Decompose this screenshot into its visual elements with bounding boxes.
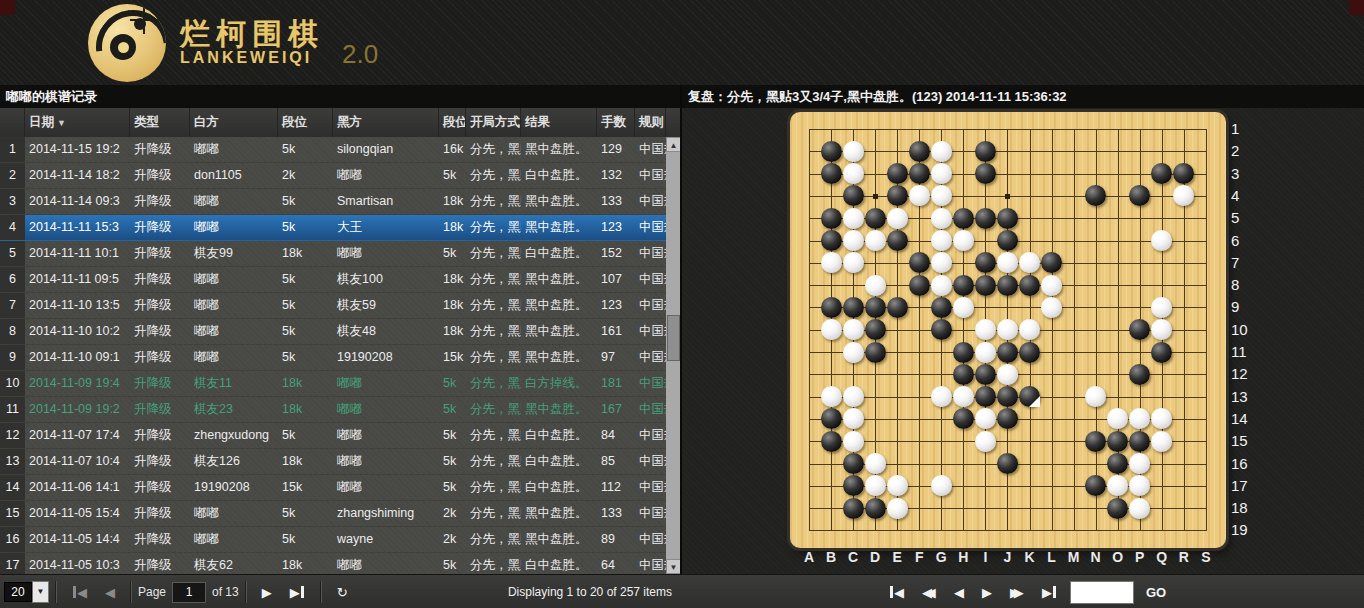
white-stone-B13 [821, 386, 842, 407]
table-row[interactable]: 102014-11-09 19:4升降级棋友1118k嘟嘟5k分先，黑贴白方掉线… [0, 371, 666, 397]
row-number: 3 [0, 189, 25, 214]
black-stone-H5 [953, 208, 974, 229]
game-record-list-title: 嘟嘟的棋谱记录 [0, 85, 682, 108]
column-header-6[interactable]: 段位 [439, 108, 466, 137]
cell-rules: 中国规则 [635, 475, 666, 500]
white-stone-I11 [975, 342, 996, 363]
cell-opening: 分先，黑贴 [466, 449, 521, 474]
table-row[interactable]: 52014-11-11 10:1升降级棋友9918k嘟嘟5k分先，黑贴白中盘胜。… [0, 241, 666, 267]
black-stone-D10 [865, 319, 886, 340]
column-label-Q: Q [1152, 549, 1172, 565]
page-number-input[interactable] [172, 582, 206, 603]
cell-type: 升降级 [130, 475, 190, 500]
first-page-button[interactable]: ◀ [72, 585, 87, 600]
white-stone-C2 [843, 141, 864, 162]
cell-date: 2014-11-05 14:4 [25, 527, 130, 552]
row-number: 8 [0, 319, 25, 344]
white-stone-I14 [975, 408, 996, 429]
white-stone-G4 [931, 185, 952, 206]
table-header: 日期▼类型白方段位黑方段位开局方式结果手数规则 [0, 108, 682, 138]
cell-opening: 分先，黑贴 [466, 215, 521, 240]
column-header-9[interactable]: 手数 [597, 108, 635, 137]
cell-result: 黑中盘胜。 [521, 527, 597, 552]
cell-white: 棋友126 [190, 449, 278, 474]
row-number: 10 [0, 371, 25, 396]
black-stone-F7 [909, 252, 930, 273]
go-button[interactable]: GO [1146, 585, 1166, 600]
black-stone-H8 [953, 275, 974, 296]
cell-white: don1105 [190, 163, 278, 188]
table-pagination-bar: 20 ▼ ◀ ◀ Page of 13 ▶ ▶ ↻ Displaying 1 t… [0, 574, 682, 608]
row-label-7: 7 [1231, 254, 1239, 271]
grid-line [1074, 129, 1075, 531]
black-stone-L7 [1041, 252, 1062, 273]
cell-rules: 中国规则 [635, 449, 666, 474]
cell-wrank: 2k [278, 163, 333, 188]
row-number: 5 [0, 241, 25, 266]
cell-black: 嘟嘟 [333, 397, 439, 422]
prev-page-button[interactable]: ◀ [105, 585, 115, 600]
row-label-4: 4 [1231, 187, 1239, 204]
black-stone-F2 [909, 141, 930, 162]
black-stone-I13 [975, 386, 996, 407]
white-stone-G5 [931, 208, 952, 229]
cell-result: 黑中盘胜。 [521, 397, 597, 422]
cell-wrank: 5k [278, 319, 333, 344]
table-scrollbar[interactable]: ▲ ▼ [666, 137, 681, 574]
column-header-8[interactable]: 结果 [521, 108, 597, 137]
cell-type: 升降级 [130, 501, 190, 526]
white-stone-E5 [887, 208, 908, 229]
column-label-I: I [975, 549, 995, 565]
black-stone-E9 [887, 297, 908, 318]
cell-black: 嘟嘟 [333, 553, 439, 574]
white-stone-J12 [997, 364, 1018, 385]
cell-black: 大王 [333, 215, 439, 240]
black-stone-J6 [997, 230, 1018, 251]
star-point [1005, 194, 1010, 199]
black-stone-C4 [843, 185, 864, 206]
cell-brank: 2k [439, 527, 466, 552]
cell-black: silongqian [333, 137, 439, 162]
white-stone-B7 [821, 252, 842, 273]
cell-wrank: 5k [278, 293, 333, 318]
cell-moves: 129 [597, 137, 635, 162]
cell-brank: 5k [439, 423, 466, 448]
cell-wrank: 5k [278, 267, 333, 292]
row-label-3: 3 [1231, 165, 1239, 182]
cell-moves: 64 [597, 553, 635, 574]
cell-brank: 2k [439, 501, 466, 526]
move-back-button[interactable]: ◀ [954, 585, 964, 600]
white-stone-Q6 [1151, 230, 1172, 251]
app-version: 2.0 [342, 24, 378, 84]
white-stone-P16 [1129, 453, 1150, 474]
black-stone-G9 [931, 297, 952, 318]
white-stone-C6 [843, 230, 864, 251]
cell-moves: 89 [597, 527, 635, 552]
black-stone-O16 [1107, 453, 1128, 474]
cell-black: 嘟嘟 [333, 449, 439, 474]
column-label-C: C [843, 549, 863, 565]
cell-opening: 分先，黑贴 [466, 163, 521, 188]
move-last-button[interactable]: ▶ [1042, 585, 1057, 600]
row-number: 1 [0, 137, 25, 162]
black-stone-C17 [843, 475, 864, 496]
move-navigation-bar: ◀ ◀◀ ◀ ▶ ▶▶ ▶ GO [682, 574, 1364, 608]
row-label-10: 10 [1231, 321, 1248, 338]
row-number: 11 [0, 397, 25, 422]
cell-rules: 中国规则 [635, 189, 666, 214]
table-row[interactable]: 72014-11-10 13:5升降级嘟嘟5k棋友5918k分先，黑贴黑中盘胜。… [0, 293, 666, 319]
cell-moves: 133 [597, 189, 635, 214]
grid-line [809, 530, 1207, 531]
row-number: 2 [0, 163, 25, 188]
cell-wrank: 18k [278, 241, 333, 266]
white-stone-K10 [1019, 319, 1040, 340]
cell-type: 升降级 [130, 215, 190, 240]
column-header-3[interactable]: 白方 [190, 108, 278, 137]
cell-result: 白中盘胜。 [521, 475, 597, 500]
cell-moves: 152 [597, 241, 635, 266]
black-stone-B14 [821, 408, 842, 429]
cell-type: 升降级 [130, 527, 190, 552]
table-row[interactable]: 162014-11-05 14:4升降级嘟嘟5kwayne2k分先，黑贴黑中盘胜… [0, 527, 666, 553]
cell-brank: 5k [439, 163, 466, 188]
sort-desc-icon: ▼ [57, 118, 66, 128]
white-stone-G17 [931, 475, 952, 496]
cell-rules: 中国规则 [635, 267, 666, 292]
black-stone-Q3 [1151, 163, 1172, 184]
cell-rules: 中国规则 [635, 319, 666, 344]
column-header-7[interactable]: 开局方式 [466, 108, 521, 137]
white-stone-N13 [1085, 386, 1106, 407]
row-number: 12 [0, 423, 25, 448]
cell-white: 19190208 [190, 475, 278, 500]
cell-black: 棋友100 [333, 267, 439, 292]
row-number: 9 [0, 345, 25, 370]
cell-brank: 18k [439, 267, 466, 292]
white-stone-D6 [865, 230, 886, 251]
cell-date: 2014-11-11 10:1 [25, 241, 130, 266]
cell-white: 嘟嘟 [190, 319, 278, 344]
cell-date: 2014-11-14 09:3 [25, 189, 130, 214]
cell-wrank: 5k [278, 215, 333, 240]
cell-rules: 中国规则 [635, 527, 666, 552]
row-number: 15 [0, 501, 25, 526]
app-window: 烂柯围棋 LANKEWEIQI 2.0 嘟嘟的棋谱记录 复盘：分先，黑贴3又3/… [0, 0, 1364, 608]
cell-opening: 分先，黑贴 [466, 475, 521, 500]
row-label-2: 2 [1231, 142, 1239, 159]
cell-opening: 分先，黑贴 [466, 189, 521, 214]
cell-result: 白方掉线。 [521, 371, 597, 396]
white-stone-D8 [865, 275, 886, 296]
black-stone-B2 [821, 141, 842, 162]
last-move-marker [1029, 396, 1040, 407]
page-size-select[interactable]: 20 ▼ [4, 581, 49, 603]
white-stone-Q9 [1151, 297, 1172, 318]
black-stone-J13 [997, 386, 1018, 407]
row-label-1: 1 [1231, 120, 1239, 137]
cell-white: 嘟嘟 [190, 345, 278, 370]
white-stone-I10 [975, 319, 996, 340]
black-stone-J11 [997, 342, 1018, 363]
cell-wrank: 5k [278, 345, 333, 370]
table-row[interactable]: 152014-11-05 15:4升降级嘟嘟5kzhangshiming2k分先… [0, 501, 666, 527]
white-stone-R4 [1173, 185, 1194, 206]
row-label-9: 9 [1231, 298, 1239, 315]
grid-line [1052, 129, 1053, 531]
black-stone-J5 [997, 208, 1018, 229]
table-row[interactable]: 142014-11-06 14:1升降级1919020815k嘟嘟5k分先，黑贴… [0, 475, 666, 501]
black-stone-C18 [843, 498, 864, 519]
black-stone-I7 [975, 252, 996, 273]
cell-wrank: 5k [278, 501, 333, 526]
grid-line [1206, 129, 1207, 531]
cell-opening: 分先，黑贴 [466, 423, 521, 448]
table-row[interactable]: 62014-11-11 09:5升降级嘟嘟5k棋友10018k分先，黑贴黑中盘胜… [0, 267, 666, 293]
white-stone-E17 [887, 475, 908, 496]
cell-black: zhangshiming [333, 501, 439, 526]
column-label-S: S [1196, 549, 1216, 565]
cell-black: wayne [333, 527, 439, 552]
black-stone-C16 [843, 453, 864, 474]
row-number: 13 [0, 449, 25, 474]
white-stone-C15 [843, 431, 864, 452]
black-stone-P4 [1129, 185, 1150, 206]
black-stone-G10 [931, 319, 952, 340]
black-stone-K13 [1019, 386, 1040, 407]
white-stone-L8 [1041, 275, 1062, 296]
arrow-up-icon: ▲ [670, 141, 678, 150]
column-label-D: D [865, 549, 885, 565]
table-row[interactable]: 82014-11-10 10:2升降级嘟嘟5k棋友4818k分先，黑贴黑中盘胜。… [0, 319, 666, 345]
refresh-icon[interactable]: ↻ [337, 585, 348, 600]
logo-title-english: LANKEWEIQI [180, 49, 324, 67]
black-stone-N4 [1085, 185, 1106, 206]
go-board[interactable] [790, 112, 1226, 548]
white-stone-O17 [1107, 475, 1128, 496]
cell-white: 棋友62 [190, 553, 278, 574]
column-label-N: N [1086, 549, 1106, 565]
cell-rules: 中国规则 [635, 371, 666, 396]
move-number-input[interactable] [1070, 581, 1134, 604]
cell-brank: 16k [439, 137, 466, 162]
cell-result: 黑中盘胜。 [521, 345, 597, 370]
cell-rules: 中国规则 [635, 137, 666, 162]
table-row[interactable]: 92014-11-10 09:1升降级嘟嘟5k1919020815k分先，黑贴黑… [0, 345, 666, 371]
column-label-A: A [799, 549, 819, 565]
black-stone-C9 [843, 297, 864, 318]
black-stone-H11 [953, 342, 974, 363]
column-label-L: L [1042, 549, 1062, 565]
scroll-up-button[interactable]: ▲ [666, 137, 681, 152]
cell-wrank: 18k [278, 449, 333, 474]
black-stone-E3 [887, 163, 908, 184]
column-label-F: F [909, 549, 929, 565]
cell-moves: 123 [597, 293, 635, 318]
table-row[interactable]: 32014-11-14 09:3升降级嘟嘟5kSmartisan18k分先，黑贴… [0, 189, 666, 215]
cell-wrank: 5k [278, 137, 333, 162]
column-header-1[interactable]: 日期▼ [25, 108, 130, 137]
row-label-5: 5 [1231, 209, 1239, 226]
black-stone-J16 [997, 453, 1018, 474]
cell-white: 棋友11 [190, 371, 278, 396]
white-stone-G3 [931, 163, 952, 184]
cell-white: 嘟嘟 [190, 137, 278, 162]
cell-type: 升降级 [130, 423, 190, 448]
cell-type: 升降级 [130, 137, 190, 162]
black-stone-K8 [1019, 275, 1040, 296]
cell-wrank: 15k [278, 475, 333, 500]
cell-date: 2014-11-07 10:4 [25, 449, 130, 474]
board-column-labels: ABCDEFGHIJKLMNOPQRS [790, 549, 1226, 569]
black-stone-O18 [1107, 498, 1128, 519]
white-stone-G6 [931, 230, 952, 251]
row-label-6: 6 [1231, 232, 1239, 249]
row-label-14: 14 [1231, 410, 1248, 427]
cell-rules: 中国规则 [635, 423, 666, 448]
move-forward-button[interactable]: ▶ [982, 585, 992, 600]
cell-result: 黑中盘胜。 [521, 267, 597, 292]
cell-rules: 中国规则 [635, 163, 666, 188]
black-stone-B3 [821, 163, 842, 184]
scroll-down-button[interactable]: ▼ [666, 559, 681, 574]
white-stone-H9 [953, 297, 974, 318]
cell-date: 2014-11-05 10:3 [25, 553, 130, 574]
column-label-K: K [1020, 549, 1040, 565]
cell-black: Smartisan [333, 189, 439, 214]
column-label-P: P [1130, 549, 1150, 565]
cell-brank: 18k [439, 215, 466, 240]
white-stone-J10 [997, 319, 1018, 340]
cell-black: 嘟嘟 [333, 475, 439, 500]
cell-type: 升降级 [130, 293, 190, 318]
white-stone-Q10 [1151, 319, 1172, 340]
cell-result: 白中盘胜。 [521, 423, 597, 448]
table-row[interactable]: 42014-11-11 15:3升降级嘟嘟5k大王18k分先，黑贴黑中盘胜。12… [0, 215, 666, 241]
cell-opening: 分先，黑贴 [466, 345, 521, 370]
column-label-E: E [887, 549, 907, 565]
cell-rules: 中国规则 [635, 397, 666, 422]
row-number: 6 [0, 267, 25, 292]
move-fast-back-button[interactable]: ◀◀ [922, 585, 936, 600]
black-stone-P10 [1129, 319, 1150, 340]
cell-date: 2014-11-10 09:1 [25, 345, 130, 370]
column-header-10[interactable]: 规则 [635, 108, 666, 137]
column-header-4[interactable]: 段位 [278, 108, 333, 137]
cell-result: 白中盘胜。 [521, 553, 597, 574]
white-stone-G7 [931, 252, 952, 273]
column-header-2[interactable]: 类型 [130, 108, 190, 137]
move-first-button[interactable]: ◀ [889, 585, 904, 600]
cell-brank: 5k [439, 241, 466, 266]
cell-brank: 18k [439, 319, 466, 344]
black-stone-N15 [1085, 431, 1106, 452]
cell-result: 白中盘胜。 [521, 241, 597, 266]
cell-type: 升降级 [130, 189, 190, 214]
cell-white: 嘟嘟 [190, 189, 278, 214]
next-page-button[interactable]: ▶ [262, 585, 272, 600]
cell-white: 棋友99 [190, 241, 278, 266]
cell-moves: 97 [597, 345, 635, 370]
dropdown-arrow-icon[interactable]: ▼ [32, 581, 49, 603]
row-label-15: 15 [1231, 432, 1248, 449]
white-stone-L9 [1041, 297, 1062, 318]
review-title: 复盘：分先，黑贴3又3/4子,黑中盘胜。(123) 2014-11-11 15:… [682, 85, 1364, 108]
cell-date: 2014-11-09 19:2 [25, 397, 130, 422]
table-row[interactable]: 112014-11-09 19:2升降级棋友2318k嘟嘟5k分先，黑贴黑中盘胜… [0, 397, 666, 423]
cell-date: 2014-11-14 18:2 [25, 163, 130, 188]
board-row-labels: 12345678910111213141516171819 [1231, 112, 1261, 548]
table-row[interactable]: 132014-11-07 10:4升降级棋友12618k嘟嘟5k分先，黑贴白中盘… [0, 449, 666, 475]
black-stone-J14 [997, 408, 1018, 429]
logo-title-chinese: 烂柯围棋 [180, 19, 324, 49]
black-stone-H12 [953, 364, 974, 385]
move-fast-forward-button[interactable]: ▶▶ [1010, 585, 1024, 600]
page-label: Page [138, 585, 166, 599]
row-number: 17 [0, 553, 25, 574]
cell-brank: 5k [439, 475, 466, 500]
table-row[interactable]: 12014-11-15 19:2升降级嘟嘟5ksilongqian16k分先，黑… [0, 137, 666, 163]
white-stone-H6 [953, 230, 974, 251]
column-header-5[interactable]: 黑方 [333, 108, 439, 137]
cell-brank: 18k [439, 189, 466, 214]
table-row[interactable]: 172014-11-05 10:3升降级棋友6218k嘟嘟5k分先，黑贴白中盘胜… [0, 553, 666, 574]
black-stone-K11 [1019, 342, 1040, 363]
cell-type: 升降级 [130, 163, 190, 188]
black-stone-F8 [909, 275, 930, 296]
cell-result: 黑中盘胜。 [521, 137, 597, 162]
page-size-value: 20 [4, 582, 32, 602]
corner-decoration-left [0, 0, 15, 15]
black-stone-B5 [821, 208, 842, 229]
row-label-18: 18 [1231, 499, 1248, 516]
cell-opening: 分先，黑贴 [466, 241, 521, 266]
cell-type: 升降级 [130, 267, 190, 292]
column-label-O: O [1108, 549, 1128, 565]
cell-wrank: 18k [278, 371, 333, 396]
cell-moves: 85 [597, 449, 635, 474]
table-row[interactable]: 22014-11-14 18:2升降级don11052k嘟嘟5k分先，黑贴白中盘… [0, 163, 666, 189]
white-stone-P14 [1129, 408, 1150, 429]
cell-type: 升降级 [130, 553, 190, 574]
cell-moves: 133 [597, 501, 635, 526]
cell-opening: 分先，黑贴 [466, 293, 521, 318]
cell-wrank: 5k [278, 189, 333, 214]
white-stone-B10 [821, 319, 842, 340]
scrollbar-thumb[interactable] [667, 315, 680, 361]
white-stone-I15 [975, 431, 996, 452]
last-page-button[interactable]: ▶ [290, 585, 305, 600]
black-stone-D18 [865, 498, 886, 519]
cell-moves: 132 [597, 163, 635, 188]
cell-brank: 5k [439, 371, 466, 396]
row-label-11: 11 [1231, 343, 1247, 360]
cell-rules: 中国规则 [635, 501, 666, 526]
white-stone-G13 [931, 386, 952, 407]
black-stone-E6 [887, 230, 908, 251]
column-label-H: H [953, 549, 973, 565]
cell-moves: 84 [597, 423, 635, 448]
app-logo: 烂柯围棋 LANKEWEIQI 2.0 [88, 2, 378, 84]
black-stone-D5 [865, 208, 886, 229]
white-stone-C14 [843, 408, 864, 429]
cell-moves: 112 [597, 475, 635, 500]
cell-rules: 中国规则 [635, 345, 666, 370]
table-row[interactable]: 122014-11-07 17:4升降级zhengxudong5k嘟嘟5k分先，… [0, 423, 666, 449]
white-stone-Q15 [1151, 431, 1172, 452]
